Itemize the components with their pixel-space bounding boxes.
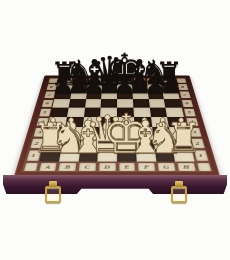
black-pawn-h7[interactable]: ♟ — [159, 72, 182, 98]
pieces-layer: ♜♞♝♛♚♝♞♜♟♟♟♟♟♟♟♟♟♟♟♟♟♟♟♟♜♞♝♛♚♝♞♜ — [0, 0, 230, 260]
white-rook-h1[interactable]: ♜ — [165, 118, 202, 159]
product-photo: ABCDEFGH8877665544332211ABCDEFGH ♜♞♝♛♚♝♞… — [0, 0, 230, 260]
